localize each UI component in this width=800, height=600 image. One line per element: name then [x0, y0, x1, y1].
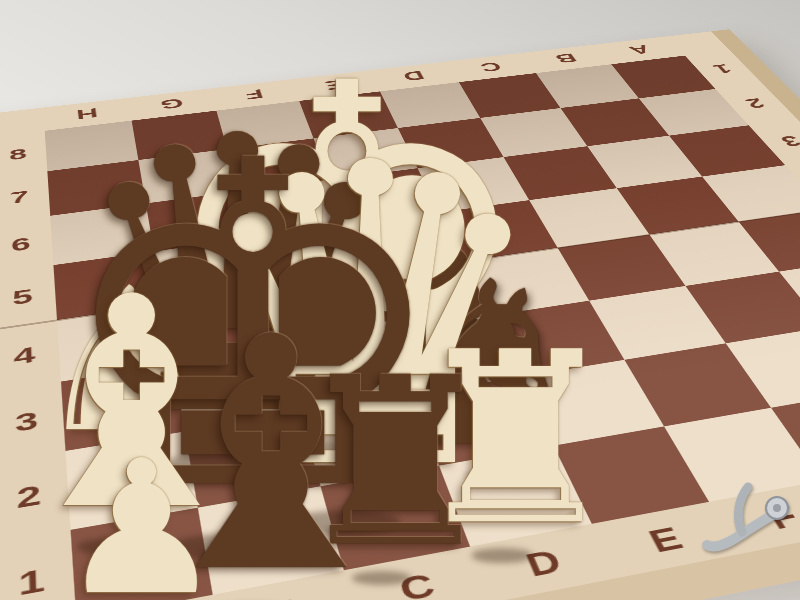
white-pawn-a1[interactable]: ♟	[59, 436, 225, 600]
rank-label-8-left: 8	[0, 131, 47, 179]
latch-hook	[688, 458, 800, 570]
rank-label-7-left: 7	[0, 171, 50, 223]
latch-screw-center	[773, 504, 781, 512]
chessboard-photo-stage: 11AA22BB33CC44DD55EE66FF77GG88HH ♟♝♞♛♚♜♝…	[0, 0, 800, 600]
